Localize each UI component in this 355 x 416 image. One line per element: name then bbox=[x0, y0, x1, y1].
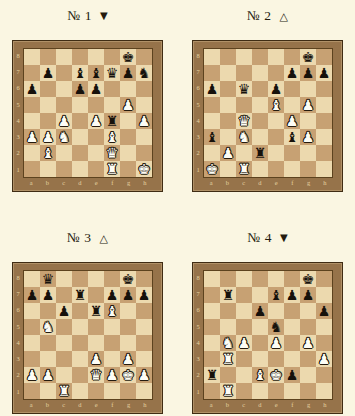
piece-black-knight: ♞ bbox=[138, 66, 151, 80]
square-e7: ♝ bbox=[268, 287, 284, 303]
file-label-h: h bbox=[137, 178, 153, 191]
side-to-move-icon: △ bbox=[280, 11, 288, 22]
rank-label-1: 1 bbox=[193, 384, 203, 400]
piece-white-rook: ♜ bbox=[222, 384, 235, 398]
square-h1 bbox=[316, 161, 332, 177]
piece-white-queen: ♛ bbox=[90, 368, 103, 382]
piece-black-pawn: ♟ bbox=[286, 368, 299, 382]
piece-white-knight: ♞ bbox=[42, 320, 55, 334]
square-b8 bbox=[40, 49, 56, 65]
piece-black-king: ♚ bbox=[302, 50, 315, 64]
squares: ♛♚♟♟♜♟♟♟♟♜♝♞♟♟♟♟♛♟♚♟♜ bbox=[24, 271, 152, 399]
piece-white-pawn: ♟ bbox=[42, 368, 55, 382]
square-c7 bbox=[56, 65, 72, 81]
square-f6: ♝ bbox=[104, 303, 120, 319]
square-a2: ♟ bbox=[24, 367, 40, 383]
rank-label-1: 1 bbox=[13, 162, 23, 178]
piece-white-bishop: ♝ bbox=[270, 98, 283, 112]
file-label-f: f bbox=[284, 400, 300, 413]
square-f3: ♝ bbox=[104, 129, 120, 145]
square-d2: ♝ bbox=[252, 367, 268, 383]
piece-white-knight: ♞ bbox=[58, 130, 71, 144]
square-a7 bbox=[24, 65, 40, 81]
square-h2 bbox=[316, 367, 332, 383]
square-g2 bbox=[300, 145, 316, 161]
square-g4 bbox=[120, 113, 136, 129]
square-b4 bbox=[40, 335, 56, 351]
file-label-c: c bbox=[236, 400, 252, 413]
square-h3: ♟ bbox=[316, 351, 332, 367]
square-g3 bbox=[300, 351, 316, 367]
rank-label-3: 3 bbox=[13, 351, 23, 367]
file-label-a: a bbox=[23, 178, 39, 191]
square-e7 bbox=[268, 65, 284, 81]
square-a4 bbox=[24, 335, 40, 351]
diagram-row-bottom: № 3 △ 87654321 ♛♚♟♟♜♟♟♟♟♜♝♞♟♟♟♟♛♟♚♟♜ abc… bbox=[0, 230, 355, 414]
rank-label-3: 3 bbox=[193, 129, 203, 145]
square-f1 bbox=[104, 383, 120, 399]
square-b1 bbox=[220, 161, 236, 177]
square-a6 bbox=[204, 303, 220, 319]
square-b5 bbox=[220, 97, 236, 113]
square-a6 bbox=[24, 303, 40, 319]
square-d4 bbox=[72, 113, 88, 129]
square-b2: ♝ bbox=[40, 145, 56, 161]
file-label-a: a bbox=[203, 178, 219, 191]
square-h6 bbox=[136, 303, 152, 319]
square-b6 bbox=[40, 303, 56, 319]
square-g6 bbox=[120, 303, 136, 319]
square-e5 bbox=[88, 319, 104, 335]
square-h6: ♟ bbox=[316, 303, 332, 319]
piece-white-pawn: ♟ bbox=[122, 98, 135, 112]
square-c3 bbox=[236, 351, 252, 367]
chessboard: 87654321 ♚♟♝♝♛♟♞♟♟♟♟♟♟♜♟♟♟♞♝♝♛♜♚ abcdefg… bbox=[12, 40, 163, 192]
piece-black-pawn: ♟ bbox=[90, 82, 103, 96]
diagram-4: № 4 ▼ 87654321 ♚♜♝♟♟♟♟♞♞♟♟♟♜♟♜♝♚♟♜ abcde… bbox=[192, 230, 343, 414]
diagram-number: № 1 bbox=[67, 8, 92, 24]
square-f3: ♝ bbox=[284, 129, 300, 145]
rank-label-8: 8 bbox=[13, 270, 23, 286]
square-g4 bbox=[300, 113, 316, 129]
file-label-e: e bbox=[88, 178, 104, 191]
square-c5 bbox=[56, 97, 72, 113]
rank-label-4: 4 bbox=[13, 335, 23, 351]
square-d8 bbox=[72, 271, 88, 287]
piece-black-rook: ♜ bbox=[222, 288, 235, 302]
square-f6 bbox=[284, 303, 300, 319]
square-e2: ♛ bbox=[88, 367, 104, 383]
square-c6: ♟ bbox=[56, 303, 72, 319]
file-label-g: g bbox=[121, 178, 137, 191]
rank-labels: 87654321 bbox=[13, 270, 23, 400]
square-f3 bbox=[104, 351, 120, 367]
square-d8 bbox=[72, 49, 88, 65]
piece-white-pawn: ♟ bbox=[58, 114, 71, 128]
square-h3 bbox=[136, 351, 152, 367]
square-e2: ♚ bbox=[268, 367, 284, 383]
file-labels: abcdefgh bbox=[23, 400, 153, 413]
square-g8: ♚ bbox=[300, 271, 316, 287]
rank-labels: 87654321 bbox=[193, 48, 203, 178]
square-h8 bbox=[136, 271, 152, 287]
square-d5 bbox=[252, 97, 268, 113]
square-g7: ♟ bbox=[120, 287, 136, 303]
square-a2: ♜ bbox=[204, 367, 220, 383]
square-f5 bbox=[284, 97, 300, 113]
square-h7: ♟ bbox=[316, 65, 332, 81]
square-b1 bbox=[40, 161, 56, 177]
piece-white-king: ♚ bbox=[138, 162, 151, 176]
piece-white-pawn: ♟ bbox=[302, 336, 315, 350]
piece-white-pawn: ♟ bbox=[90, 114, 103, 128]
square-e3: ♟ bbox=[88, 351, 104, 367]
file-label-a: a bbox=[203, 400, 219, 413]
file-label-g: g bbox=[301, 400, 317, 413]
file-labels: abcdefgh bbox=[23, 178, 153, 191]
square-b6 bbox=[220, 303, 236, 319]
square-c8 bbox=[56, 271, 72, 287]
square-e2 bbox=[88, 145, 104, 161]
square-d2: ♜ bbox=[252, 145, 268, 161]
square-e3 bbox=[268, 351, 284, 367]
square-c3: ♞ bbox=[236, 129, 252, 145]
square-c5 bbox=[236, 97, 252, 113]
board-core: ♚♟♝♝♛♟♞♟♟♟♟♟♟♜♟♟♟♞♝♝♛♜♚ bbox=[23, 48, 153, 178]
square-f7: ♛ bbox=[104, 65, 120, 81]
square-b6 bbox=[220, 81, 236, 97]
file-label-b: b bbox=[39, 400, 55, 413]
file-label-c: c bbox=[236, 178, 252, 191]
square-f3 bbox=[284, 351, 300, 367]
piece-black-pawn: ♟ bbox=[318, 66, 331, 80]
piece-black-pawn: ♟ bbox=[318, 304, 331, 318]
piece-black-pawn: ♟ bbox=[206, 82, 219, 96]
square-g7: ♟ bbox=[120, 65, 136, 81]
square-e5: ♝ bbox=[268, 97, 284, 113]
square-f4: ♜ bbox=[104, 113, 120, 129]
piece-black-rook: ♜ bbox=[206, 368, 219, 382]
square-a3: ♝ bbox=[204, 129, 220, 145]
file-label-d: d bbox=[72, 178, 88, 191]
square-a1: ♚ bbox=[204, 161, 220, 177]
file-label-d: d bbox=[252, 400, 268, 413]
square-c7 bbox=[56, 287, 72, 303]
square-a1 bbox=[204, 383, 220, 399]
square-d7: ♝ bbox=[72, 65, 88, 81]
diagram-2: № 2 △ 87654321 ♚♟♟♟♟♛♟♝♟♛♟♝♞♝♟♟♜♚♜ abcde… bbox=[192, 8, 343, 192]
square-e4 bbox=[268, 113, 284, 129]
file-label-f: f bbox=[104, 178, 120, 191]
file-label-b: b bbox=[219, 400, 235, 413]
piece-white-pawn: ♟ bbox=[138, 114, 151, 128]
piece-black-pawn: ♟ bbox=[302, 66, 315, 80]
square-b6 bbox=[40, 81, 56, 97]
board-core: ♚♟♟♟♟♛♟♝♟♛♟♝♞♝♟♟♜♚♜ bbox=[203, 48, 333, 178]
square-a5 bbox=[204, 319, 220, 335]
piece-white-pawn: ♟ bbox=[222, 146, 235, 160]
square-a8 bbox=[24, 49, 40, 65]
rank-label-5: 5 bbox=[13, 319, 23, 335]
rank-label-7: 7 bbox=[193, 64, 203, 80]
square-d1 bbox=[252, 161, 268, 177]
rank-label-8: 8 bbox=[13, 48, 23, 64]
square-c1: ♜ bbox=[236, 161, 252, 177]
square-g4 bbox=[120, 335, 136, 351]
file-label-b: b bbox=[219, 178, 235, 191]
square-g2 bbox=[120, 145, 136, 161]
square-b5 bbox=[40, 97, 56, 113]
square-c4: ♟ bbox=[56, 113, 72, 129]
diagram-header: № 4 ▼ bbox=[192, 230, 343, 246]
side-to-move-icon: ▼ bbox=[280, 233, 288, 243]
square-f4: ♟ bbox=[284, 113, 300, 129]
square-b5 bbox=[220, 319, 236, 335]
piece-white-pawn: ♟ bbox=[26, 130, 39, 144]
square-c6 bbox=[56, 81, 72, 97]
square-a2 bbox=[204, 145, 220, 161]
chess-book-page: № 1 ▼ 87654321 ♚♟♝♝♛♟♞♟♟♟♟♟♟♜♟♟♟♞♝♝♛♜♚ a… bbox=[0, 0, 355, 416]
square-b3 bbox=[40, 351, 56, 367]
square-b4: ♞ bbox=[220, 335, 236, 351]
piece-black-knight: ♞ bbox=[270, 320, 283, 334]
file-label-f: f bbox=[284, 178, 300, 191]
square-c8 bbox=[236, 271, 252, 287]
square-f2: ♛ bbox=[104, 145, 120, 161]
square-c4: ♟ bbox=[236, 335, 252, 351]
square-c8 bbox=[236, 49, 252, 65]
square-h5 bbox=[136, 97, 152, 113]
diagram-3: № 3 △ 87654321 ♛♚♟♟♜♟♟♟♟♜♝♞♟♟♟♟♛♟♚♟♜ abc… bbox=[12, 230, 163, 414]
square-a5 bbox=[24, 97, 40, 113]
square-e5 bbox=[88, 97, 104, 113]
piece-black-bishop: ♝ bbox=[90, 66, 103, 80]
square-d7: ♜ bbox=[72, 287, 88, 303]
square-g7: ♟ bbox=[300, 65, 316, 81]
rank-label-5: 5 bbox=[193, 97, 203, 113]
square-a7: ♟ bbox=[24, 287, 40, 303]
piece-black-rook: ♜ bbox=[74, 288, 87, 302]
file-label-d: d bbox=[72, 400, 88, 413]
piece-white-bishop: ♝ bbox=[254, 368, 267, 382]
piece-black-pawn: ♟ bbox=[42, 288, 55, 302]
piece-black-pawn: ♟ bbox=[138, 288, 151, 302]
file-label-h: h bbox=[317, 178, 333, 191]
square-c8 bbox=[56, 49, 72, 65]
piece-white-pawn: ♟ bbox=[42, 130, 55, 144]
square-h1: ♚ bbox=[136, 161, 152, 177]
diagram-header: № 2 △ bbox=[192, 8, 343, 24]
square-a6: ♟ bbox=[24, 81, 40, 97]
square-d3 bbox=[72, 129, 88, 145]
square-c1: ♜ bbox=[56, 383, 72, 399]
piece-white-rook: ♜ bbox=[222, 352, 235, 366]
square-h8 bbox=[316, 271, 332, 287]
square-d1 bbox=[252, 383, 268, 399]
square-c3: ♞ bbox=[56, 129, 72, 145]
piece-white-pawn: ♟ bbox=[106, 368, 119, 382]
square-a8 bbox=[204, 271, 220, 287]
file-label-h: h bbox=[137, 400, 153, 413]
piece-black-pawn: ♟ bbox=[286, 288, 299, 302]
square-b3: ♜ bbox=[220, 351, 236, 367]
square-f4 bbox=[284, 335, 300, 351]
piece-white-bishop: ♝ bbox=[42, 146, 55, 160]
square-g2: ♚ bbox=[120, 367, 136, 383]
piece-black-rook: ♜ bbox=[90, 304, 103, 318]
square-a5 bbox=[204, 97, 220, 113]
piece-white-pawn: ♟ bbox=[90, 352, 103, 366]
rank-labels: 87654321 bbox=[13, 48, 23, 178]
square-h4 bbox=[316, 113, 332, 129]
piece-white-queen: ♛ bbox=[238, 114, 251, 128]
rank-label-8: 8 bbox=[193, 48, 203, 64]
square-d2 bbox=[72, 367, 88, 383]
square-a8 bbox=[204, 49, 220, 65]
file-label-g: g bbox=[121, 400, 137, 413]
diagram-number: № 3 bbox=[67, 230, 92, 246]
square-d6 bbox=[72, 303, 88, 319]
piece-black-pawn: ♟ bbox=[26, 82, 39, 96]
square-f8 bbox=[104, 271, 120, 287]
rank-label-5: 5 bbox=[193, 319, 203, 335]
square-c2 bbox=[236, 367, 252, 383]
square-f7: ♟ bbox=[104, 287, 120, 303]
rank-label-4: 4 bbox=[193, 335, 203, 351]
square-h6 bbox=[316, 81, 332, 97]
piece-black-bishop: ♝ bbox=[286, 130, 299, 144]
square-h3 bbox=[136, 129, 152, 145]
file-label-f: f bbox=[104, 400, 120, 413]
piece-white-king: ♚ bbox=[270, 368, 283, 382]
piece-white-king: ♚ bbox=[122, 368, 135, 382]
piece-black-queen: ♛ bbox=[42, 272, 55, 286]
board-core: ♚♜♝♟♟♟♟♞♞♟♟♟♜♟♜♝♚♟♜ bbox=[203, 270, 333, 400]
square-b2 bbox=[220, 367, 236, 383]
piece-white-pawn: ♟ bbox=[302, 130, 315, 144]
square-d5 bbox=[72, 97, 88, 113]
square-c4 bbox=[56, 335, 72, 351]
piece-black-queen: ♛ bbox=[238, 82, 251, 96]
square-g5: ♟ bbox=[120, 97, 136, 113]
piece-white-pawn: ♟ bbox=[286, 114, 299, 128]
square-d1 bbox=[72, 383, 88, 399]
rank-label-2: 2 bbox=[193, 146, 203, 162]
square-e7: ♝ bbox=[88, 65, 104, 81]
square-f6 bbox=[284, 81, 300, 97]
rank-label-7: 7 bbox=[13, 286, 23, 302]
diagram-number: № 2 bbox=[247, 8, 272, 24]
square-h5 bbox=[316, 319, 332, 335]
square-g2 bbox=[300, 367, 316, 383]
square-b1 bbox=[40, 383, 56, 399]
square-d2 bbox=[72, 145, 88, 161]
square-e6: ♟ bbox=[268, 81, 284, 97]
square-b2: ♟ bbox=[40, 367, 56, 383]
square-c7 bbox=[236, 65, 252, 81]
file-label-g: g bbox=[301, 178, 317, 191]
square-a1 bbox=[24, 161, 40, 177]
square-d6: ♟ bbox=[72, 81, 88, 97]
square-d8 bbox=[252, 271, 268, 287]
square-d4 bbox=[252, 113, 268, 129]
diagram-header: № 1 ▼ bbox=[12, 8, 163, 24]
square-c3 bbox=[56, 351, 72, 367]
squares: ♚♜♝♟♟♟♟♞♞♟♟♟♜♟♜♝♚♟♜ bbox=[204, 271, 332, 399]
square-f6 bbox=[104, 81, 120, 97]
square-g4: ♟ bbox=[300, 335, 316, 351]
square-c1 bbox=[56, 161, 72, 177]
diagram-number: № 4 bbox=[247, 230, 272, 246]
square-d4 bbox=[252, 335, 268, 351]
squares: ♚♟♟♟♟♛♟♝♟♛♟♝♞♝♟♟♜♚♜ bbox=[204, 49, 332, 177]
square-f2: ♟ bbox=[284, 367, 300, 383]
square-g6 bbox=[300, 81, 316, 97]
square-h7: ♟ bbox=[136, 287, 152, 303]
square-b7: ♟ bbox=[40, 65, 56, 81]
piece-black-pawn: ♟ bbox=[42, 66, 55, 80]
square-b4 bbox=[220, 113, 236, 129]
square-b5: ♞ bbox=[40, 319, 56, 335]
rank-label-2: 2 bbox=[13, 368, 23, 384]
square-a3: ♟ bbox=[24, 129, 40, 145]
square-g6 bbox=[120, 81, 136, 97]
square-b8: ♛ bbox=[40, 271, 56, 287]
square-e6 bbox=[268, 303, 284, 319]
square-g5: ♟ bbox=[300, 97, 316, 113]
file-labels: abcdefgh bbox=[203, 178, 333, 191]
square-e8 bbox=[268, 49, 284, 65]
file-label-e: e bbox=[268, 400, 284, 413]
square-g8: ♚ bbox=[300, 49, 316, 65]
piece-black-pawn: ♟ bbox=[286, 66, 299, 80]
square-a3 bbox=[204, 351, 220, 367]
square-c2 bbox=[236, 145, 252, 161]
square-d7 bbox=[252, 65, 268, 81]
square-g1 bbox=[300, 161, 316, 177]
file-labels: abcdefgh bbox=[203, 400, 333, 413]
square-h5 bbox=[316, 97, 332, 113]
file-label-c: c bbox=[56, 178, 72, 191]
file-label-e: e bbox=[88, 400, 104, 413]
piece-white-rook: ♜ bbox=[238, 162, 251, 176]
square-e3 bbox=[88, 129, 104, 145]
rank-label-6: 6 bbox=[193, 81, 203, 97]
rank-label-1: 1 bbox=[13, 384, 23, 400]
square-g1 bbox=[120, 383, 136, 399]
square-b3 bbox=[220, 129, 236, 145]
square-f2: ♟ bbox=[104, 367, 120, 383]
piece-black-rook: ♜ bbox=[254, 146, 267, 160]
square-b2: ♟ bbox=[220, 145, 236, 161]
square-e1 bbox=[88, 383, 104, 399]
square-h4 bbox=[136, 335, 152, 351]
piece-white-knight: ♞ bbox=[222, 336, 235, 350]
square-c2 bbox=[56, 367, 72, 383]
square-a4 bbox=[24, 113, 40, 129]
piece-black-king: ♚ bbox=[122, 272, 135, 286]
piece-white-pawn: ♟ bbox=[302, 98, 315, 112]
square-g1 bbox=[300, 383, 316, 399]
square-f8 bbox=[284, 49, 300, 65]
piece-white-pawn: ♟ bbox=[318, 352, 331, 366]
square-d3 bbox=[252, 351, 268, 367]
square-f8 bbox=[284, 271, 300, 287]
piece-black-pawn: ♟ bbox=[58, 304, 71, 318]
square-g3 bbox=[120, 129, 136, 145]
square-c6 bbox=[236, 303, 252, 319]
square-d5 bbox=[252, 319, 268, 335]
